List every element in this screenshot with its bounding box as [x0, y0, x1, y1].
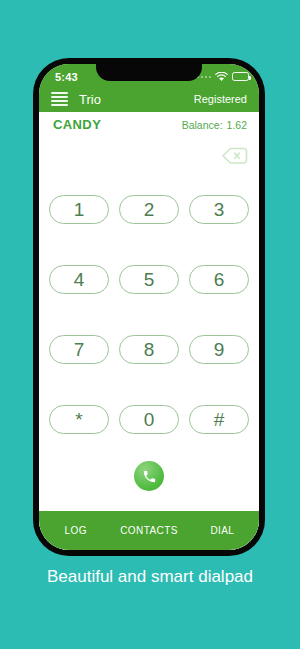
- bottom-tab-bar: LOG CONTACTS DIAL: [39, 511, 259, 550]
- key-2[interactable]: 2: [119, 195, 179, 224]
- hamburger-menu-icon[interactable]: [51, 92, 68, 106]
- clock: 5:43: [55, 71, 78, 83]
- phone-frame: 5:43 Trio Registered CANDY Balance:1.62: [33, 58, 265, 556]
- wifi-icon: [215, 72, 228, 82]
- backspace-icon[interactable]: [221, 147, 248, 165]
- key-4[interactable]: 4: [49, 265, 109, 294]
- marketing-caption: Beautiful and smart dialpad: [0, 567, 300, 587]
- dialer-content: CANDY Balance:1.62 1 2 3 4: [39, 112, 259, 550]
- key-6[interactable]: 6: [189, 265, 249, 294]
- signal-dots-icon: [197, 76, 211, 78]
- registration-status: Registered: [194, 93, 247, 105]
- dialpad-row: 1 2 3: [39, 195, 259, 224]
- key-5[interactable]: 5: [119, 265, 179, 294]
- key-1[interactable]: 1: [49, 195, 109, 224]
- account-name: CANDY: [53, 117, 101, 132]
- app-navbar: Trio Registered: [39, 86, 259, 112]
- key-hash[interactable]: #: [189, 405, 249, 434]
- call-button[interactable]: [134, 461, 164, 491]
- key-7[interactable]: 7: [49, 335, 109, 364]
- dialpad-row: 7 8 9: [39, 335, 259, 364]
- phone-notch: [96, 64, 202, 81]
- key-3[interactable]: 3: [189, 195, 249, 224]
- balance-value: 1.62: [227, 119, 247, 131]
- dialpad-row: 4 5 6: [39, 265, 259, 294]
- key-star[interactable]: *: [49, 405, 109, 434]
- battery-icon: [232, 72, 249, 81]
- key-8[interactable]: 8: [119, 335, 179, 364]
- app-screen: 5:43 Trio Registered CANDY Balance:1.62: [39, 64, 259, 550]
- account-row: CANDY Balance:1.62: [39, 112, 259, 132]
- key-0[interactable]: 0: [119, 405, 179, 434]
- balance: Balance:1.62: [182, 119, 247, 131]
- dialpad: 1 2 3 4 5 6 7 8 9 * 0 #: [39, 195, 259, 434]
- tab-log[interactable]: LOG: [39, 525, 112, 536]
- tab-dial[interactable]: DIAL: [186, 525, 259, 536]
- number-input-row[interactable]: [39, 146, 259, 166]
- status-icons: [197, 72, 249, 82]
- tab-contacts[interactable]: CONTACTS: [112, 525, 185, 536]
- dialpad-row: * 0 #: [39, 405, 259, 434]
- app-title: Trio: [79, 92, 101, 107]
- key-9[interactable]: 9: [189, 335, 249, 364]
- phone-handset-icon: [142, 469, 157, 484]
- balance-label: Balance:: [182, 119, 223, 131]
